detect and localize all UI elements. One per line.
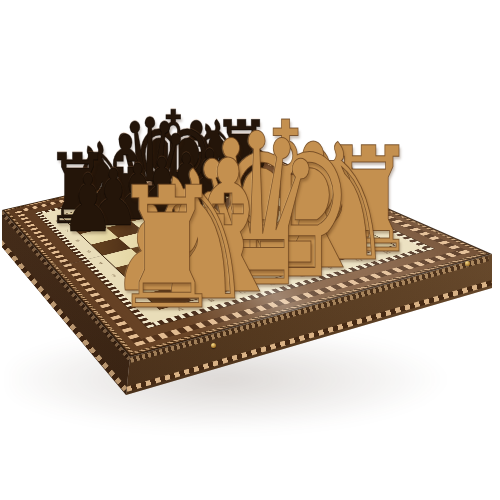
brass-pin-icon — [465, 261, 470, 266]
chess-photo-scene: 12345678ABCDEFGH ♜♞♝♛♚♝♞♜♟♟♟♟♟♟♟♟♟♟♟♟♟♟♟… — [0, 0, 500, 500]
piece-white-rook-a1[interactable]: ♜ — [105, 165, 229, 333]
